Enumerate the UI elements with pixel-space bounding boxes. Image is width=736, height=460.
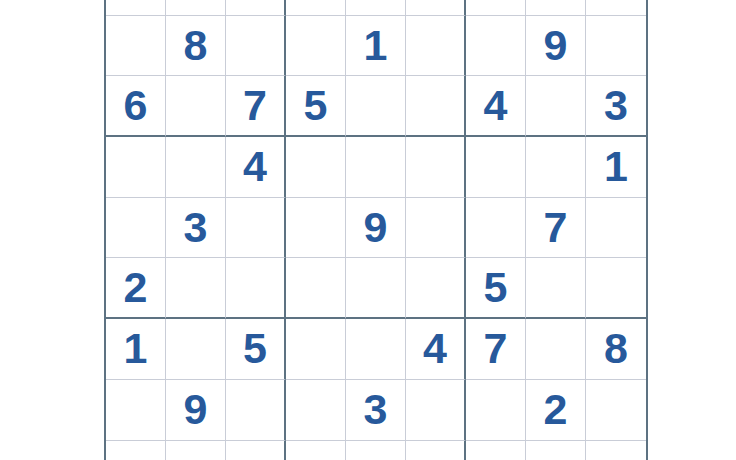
cell-r6c2[interactable] [166,258,226,319]
cell-r2c2[interactable]: 8 [166,16,226,77]
cell-r9c2[interactable] [166,441,226,460]
cell-r6c8[interactable] [526,258,586,319]
cell-r1c5[interactable] [346,0,406,16]
cell-r6c4[interactable] [286,258,346,319]
cell-r8c9[interactable] [586,380,646,441]
cell-r2c3[interactable] [226,16,286,77]
cell-r7c8[interactable] [526,319,586,380]
cell-r9c6[interactable] [406,441,466,460]
cell-r8c4[interactable] [286,380,346,441]
cell-r3c5[interactable] [346,76,406,137]
cell-r1c8[interactable] [526,0,586,16]
cell-r2c6[interactable] [406,16,466,77]
cell-r5c6[interactable] [406,198,466,259]
cell-r8c6[interactable] [406,380,466,441]
cell-r6c9[interactable] [586,258,646,319]
cell-r7c5[interactable] [346,319,406,380]
cell-r6c1[interactable]: 2 [106,258,166,319]
cell-r8c8[interactable]: 2 [526,380,586,441]
cell-r3c3[interactable]: 7 [226,76,286,137]
cell-r2c9[interactable] [586,16,646,77]
cell-r3c7[interactable]: 4 [466,76,526,137]
cell-r4c5[interactable] [346,137,406,198]
cell-r4c6[interactable] [406,137,466,198]
cell-r7c2[interactable] [166,319,226,380]
cell-r5c7[interactable] [466,198,526,259]
cell-r9c3[interactable] [226,441,286,460]
cell-r1c6[interactable] [406,0,466,16]
cell-r7c3[interactable]: 5 [226,319,286,380]
cell-r8c3[interactable] [226,380,286,441]
cell-r9c5[interactable] [346,441,406,460]
cell-r8c5[interactable]: 3 [346,380,406,441]
cell-r1c2[interactable] [166,0,226,16]
cell-r5c5[interactable]: 9 [346,198,406,259]
cell-r9c9[interactable] [586,441,646,460]
cell-r7c6[interactable]: 4 [406,319,466,380]
cell-r2c5[interactable]: 1 [346,16,406,77]
cell-r3c2[interactable] [166,76,226,137]
cell-r1c1[interactable] [106,0,166,16]
cell-r1c9[interactable] [586,0,646,16]
cell-r4c2[interactable] [166,137,226,198]
cell-r7c7[interactable]: 7 [466,319,526,380]
cell-r2c4[interactable] [286,16,346,77]
cell-r8c2[interactable]: 9 [166,380,226,441]
cell-r4c1[interactable] [106,137,166,198]
cell-r9c8[interactable] [526,441,586,460]
cell-r2c7[interactable] [466,16,526,77]
cell-r7c1[interactable]: 1 [106,319,166,380]
cell-r5c1[interactable] [106,198,166,259]
cell-r8c1[interactable] [106,380,166,441]
cell-r9c4[interactable] [286,441,346,460]
cell-r7c9[interactable]: 8 [586,319,646,380]
cell-r6c7[interactable]: 5 [466,258,526,319]
cell-r2c8[interactable]: 9 [526,16,586,77]
cell-r5c2[interactable]: 3 [166,198,226,259]
cell-r5c9[interactable] [586,198,646,259]
cell-r3c1[interactable]: 6 [106,76,166,137]
cell-r9c7[interactable] [466,441,526,460]
cell-r5c4[interactable] [286,198,346,259]
cell-r8c7[interactable] [466,380,526,441]
cell-r1c3[interactable] [226,0,286,16]
cell-r4c3[interactable]: 4 [226,137,286,198]
cell-r4c8[interactable] [526,137,586,198]
cell-r6c5[interactable] [346,258,406,319]
cell-r3c9[interactable]: 3 [586,76,646,137]
cell-r4c4[interactable] [286,137,346,198]
cell-r1c7[interactable] [466,0,526,16]
cell-r3c4[interactable]: 5 [286,76,346,137]
cell-r1c4[interactable] [286,0,346,16]
cell-r9c1[interactable] [106,441,166,460]
cell-r6c6[interactable] [406,258,466,319]
cell-r4c9[interactable]: 1 [586,137,646,198]
cell-r6c3[interactable] [226,258,286,319]
cell-r3c8[interactable] [526,76,586,137]
sudoku-screenshot: 81967543413972515478932 [0,0,736,460]
cell-r7c4[interactable] [286,319,346,380]
sudoku-board: 81967543413972515478932 [104,0,648,460]
cell-r4c7[interactable] [466,137,526,198]
cell-r5c3[interactable] [226,198,286,259]
cell-r5c8[interactable]: 7 [526,198,586,259]
cell-r2c1[interactable] [106,16,166,77]
cell-r3c6[interactable] [406,76,466,137]
